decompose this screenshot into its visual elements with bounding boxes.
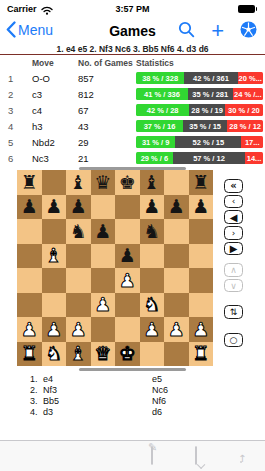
move-list-row: 2.Nf3Nc6 bbox=[30, 385, 265, 396]
draw-segment: 52 % / 15 bbox=[175, 136, 241, 149]
white-move[interactable]: e4 bbox=[43, 374, 152, 384]
black-pawn: ♟ bbox=[45, 197, 62, 216]
black-move[interactable]: d6 bbox=[152, 407, 162, 417]
square-g6[interactable] bbox=[164, 219, 189, 244]
black-knight: ♞ bbox=[70, 222, 87, 241]
white-queen: ♛ bbox=[94, 344, 111, 363]
stats-table-body: 1O-O85738 % / 32842 % / 36120 %...2c3812… bbox=[0, 70, 265, 166]
square-d1[interactable]: ♛ bbox=[91, 342, 116, 367]
square-h1[interactable]: ♜ bbox=[189, 342, 214, 367]
nav-bar: Menu Games + bbox=[0, 18, 265, 44]
header-games: No. of Games bbox=[78, 58, 136, 68]
square-d7[interactable] bbox=[91, 195, 116, 220]
square-d3[interactable]: ♟ bbox=[91, 293, 116, 318]
square-c5[interactable] bbox=[66, 244, 91, 269]
move-list-row: 3.Bb5Nf6 bbox=[30, 396, 265, 407]
square-d8[interactable]: ♛ bbox=[91, 170, 116, 195]
row-number: 1 bbox=[8, 73, 32, 84]
next-move-button[interactable]: ▶ bbox=[224, 242, 243, 256]
flip-board-button[interactable]: ⇅ bbox=[224, 305, 243, 319]
white-knight: ♞ bbox=[143, 295, 160, 314]
search-icon bbox=[178, 21, 195, 38]
white-pawn: ♟ bbox=[119, 271, 136, 290]
header-move: Move bbox=[32, 58, 78, 68]
move-list-row: 4.d3d6 bbox=[30, 406, 265, 417]
white-wins-segment: 38 % / 328 bbox=[136, 72, 184, 85]
square-d5[interactable] bbox=[91, 244, 116, 269]
table-row[interactable]: 1O-O85738 % / 32842 % / 36120 %... bbox=[0, 70, 265, 86]
move-number: 2. bbox=[30, 385, 43, 395]
white-wins-segment: 29 % / 6 bbox=[136, 152, 173, 165]
ball-icon bbox=[240, 21, 257, 38]
square-f8[interactable]: ♝ bbox=[140, 170, 165, 195]
white-wins-segment: 42 % / 28 bbox=[136, 104, 189, 117]
square-g4[interactable] bbox=[164, 268, 189, 293]
table-row[interactable]: 2c381241 % / 33635 % / 28124 % /... bbox=[0, 86, 265, 102]
move-list: 1.e4e52.Nf3Nc63.Bb5Nf64.d3d6 bbox=[30, 374, 265, 417]
square-c6[interactable]: ♞ bbox=[66, 219, 91, 244]
move-label: c4 bbox=[32, 105, 78, 116]
black-wins-segment: 28 % / 12 bbox=[227, 120, 263, 133]
square-c1[interactable]: ♝ bbox=[66, 342, 91, 367]
square-d2[interactable] bbox=[91, 317, 116, 342]
square-b7[interactable]: ♟ bbox=[42, 195, 67, 220]
square-f7[interactable]: ♟ bbox=[140, 195, 165, 220]
square-e2[interactable] bbox=[115, 317, 140, 342]
comment-button[interactable] bbox=[195, 447, 197, 465]
white-wins-segment: 41 % / 336 bbox=[136, 88, 188, 101]
square-d4[interactable] bbox=[91, 268, 116, 293]
square-f5[interactable] bbox=[140, 244, 165, 269]
chess-board[interactable]: ♜♝♛♚♝♜♟♟♟♟♟♟♞♟♞♝♟♟♟♞♟♟♟♟♟♟♜♞♝♛♚♜ bbox=[17, 170, 213, 366]
white-rook: ♜ bbox=[21, 344, 38, 363]
comment-icon bbox=[195, 446, 197, 465]
add-button[interactable]: + bbox=[211, 22, 224, 39]
black-pawn: ♟ bbox=[21, 197, 38, 216]
square-h4[interactable] bbox=[189, 268, 214, 293]
square-a6[interactable] bbox=[17, 219, 42, 244]
statistics-bar: 37 % / 1635 % / 1528 % / 12 bbox=[136, 120, 263, 133]
scroll-down-button[interactable]: ∨ bbox=[224, 279, 243, 293]
games-count: 21 bbox=[78, 153, 136, 164]
move-number: 1. bbox=[30, 374, 43, 384]
square-e6[interactable] bbox=[115, 219, 140, 244]
move-list-row: 1.e4e5 bbox=[30, 374, 265, 385]
statistics-bar: 38 % / 32842 % / 36120 %... bbox=[136, 72, 263, 85]
square-h7[interactable]: ♟ bbox=[189, 195, 214, 220]
white-wins-segment: 31 % / 9 bbox=[136, 136, 175, 149]
white-king: ♚ bbox=[119, 344, 136, 363]
square-g2[interactable]: ♟ bbox=[164, 317, 189, 342]
black-bishop: ♝ bbox=[70, 173, 87, 192]
white-pawn: ♟ bbox=[143, 320, 160, 339]
square-e3[interactable] bbox=[115, 293, 140, 318]
square-c3[interactable] bbox=[66, 293, 91, 318]
square-d6[interactable]: ♟ bbox=[91, 219, 116, 244]
square-b1[interactable]: ♞ bbox=[42, 342, 67, 367]
square-b2[interactable]: ♟ bbox=[42, 317, 67, 342]
square-e1[interactable]: ♚ bbox=[115, 342, 140, 367]
black-wins-segment: 17... bbox=[241, 136, 263, 149]
next-variation-button[interactable]: › bbox=[224, 226, 243, 240]
move-label: O-O bbox=[32, 73, 78, 84]
square-h8[interactable]: ♜ bbox=[189, 170, 214, 195]
square-h2[interactable]: ♟ bbox=[189, 317, 214, 342]
move-number: 4. bbox=[30, 407, 43, 417]
draw-segment: 35 % / 15 bbox=[183, 120, 227, 133]
square-c8[interactable]: ♝ bbox=[66, 170, 91, 195]
search-button[interactable] bbox=[178, 21, 195, 42]
games-count: 857 bbox=[78, 73, 136, 84]
board-controls: «‹◀›▶∧∨⇅○ bbox=[224, 179, 246, 347]
square-f2[interactable]: ♟ bbox=[140, 317, 165, 342]
square-a7[interactable]: ♟ bbox=[17, 195, 42, 220]
header-statistics: Statistics bbox=[136, 58, 263, 68]
opening-line: 1. e4 e5 2. Nf3 Nc6 3. Bb5 Nf6 4. d3 d6 bbox=[0, 44, 265, 54]
white-pawn: ♟ bbox=[94, 295, 111, 314]
white-pawn: ♟ bbox=[192, 320, 209, 339]
square-b4[interactable] bbox=[42, 268, 67, 293]
square-e4[interactable]: ♟ bbox=[115, 268, 140, 293]
black-pawn: ♟ bbox=[168, 197, 185, 216]
white-pawn: ♟ bbox=[21, 320, 38, 339]
white-pawn: ♟ bbox=[45, 320, 62, 339]
move-number: 3. bbox=[30, 396, 43, 406]
black-rook: ♜ bbox=[192, 173, 209, 192]
table-row[interactable]: 6Nc32129 % / 657 % / 1214... bbox=[0, 150, 265, 166]
move-label: Nbd2 bbox=[32, 137, 78, 148]
draw-segment: 35 % / 281 bbox=[188, 88, 232, 101]
square-a3[interactable] bbox=[17, 293, 42, 318]
square-c7[interactable]: ♟ bbox=[66, 195, 91, 220]
compose-icon: ✎ bbox=[151, 446, 153, 465]
black-bishop: ♝ bbox=[143, 173, 160, 192]
black-wins-segment: 20 %... bbox=[238, 72, 263, 85]
games-count: 29 bbox=[78, 137, 136, 148]
edit-button[interactable]: ✎ bbox=[151, 447, 153, 465]
square-a4[interactable] bbox=[17, 268, 42, 293]
row-number: 2 bbox=[8, 89, 32, 100]
square-g7[interactable]: ♟ bbox=[164, 195, 189, 220]
games-count: 812 bbox=[78, 89, 136, 100]
stats-table-header: Move No. of Games Statistics bbox=[0, 56, 265, 70]
white-move[interactable]: Nf3 bbox=[43, 385, 152, 395]
square-g5[interactable] bbox=[164, 244, 189, 269]
black-knight: ♞ bbox=[143, 222, 160, 241]
movelist-scroll-indicator[interactable] bbox=[79, 368, 186, 372]
previous-move-button[interactable]: ◀ bbox=[224, 210, 243, 224]
square-b6[interactable] bbox=[42, 219, 67, 244]
table-row[interactable]: 5Nbd22931 % / 952 % / 1517... bbox=[0, 134, 265, 150]
move-label: Nc3 bbox=[32, 153, 78, 164]
statistics-bar: 41 % / 33635 % / 28124 % /... bbox=[136, 88, 263, 101]
square-e5[interactable]: ♟ bbox=[115, 244, 140, 269]
database-button[interactable] bbox=[240, 21, 257, 42]
row-number: 5 bbox=[8, 137, 32, 148]
draw-segment: 57 % / 12 bbox=[173, 152, 245, 165]
games-count: 67 bbox=[78, 105, 136, 116]
draw-segment: 28 % / 19 bbox=[189, 104, 225, 117]
square-f1[interactable] bbox=[140, 342, 165, 367]
black-move[interactable]: Nc6 bbox=[152, 385, 168, 395]
row-number: 6 bbox=[8, 153, 32, 164]
square-e8[interactable]: ♚ bbox=[115, 170, 140, 195]
square-c2[interactable]: ♟ bbox=[66, 317, 91, 342]
white-move[interactable]: d3 bbox=[43, 407, 152, 417]
black-queen: ♛ bbox=[94, 173, 111, 192]
white-knight: ♞ bbox=[45, 344, 62, 363]
square-c4[interactable] bbox=[66, 268, 91, 293]
black-pawn: ♟ bbox=[192, 197, 209, 216]
table-row[interactable]: 3c46742 % / 2828 % / 1930 % / 20 bbox=[0, 102, 265, 118]
separator-line bbox=[0, 54, 265, 56]
statistics-bar: 29 % / 657 % / 1214... bbox=[136, 152, 263, 165]
stats-table: Move No. of Games Statistics 1O-O85738 %… bbox=[0, 56, 265, 166]
black-wins-segment: 30 % / 20 bbox=[225, 104, 263, 117]
square-f6[interactable]: ♞ bbox=[140, 219, 165, 244]
black-king: ♚ bbox=[119, 173, 136, 192]
black-wins-segment: 14... bbox=[245, 152, 263, 165]
move-label: c3 bbox=[32, 89, 78, 100]
square-h3[interactable] bbox=[189, 293, 214, 318]
row-number: 4 bbox=[8, 121, 32, 132]
black-pawn: ♟ bbox=[70, 197, 87, 216]
white-pawn: ♟ bbox=[168, 320, 185, 339]
status-bar: Carrier 3:57 PM bbox=[0, 0, 265, 18]
black-rook: ♜ bbox=[21, 173, 38, 192]
black-pawn: ♟ bbox=[119, 246, 136, 265]
white-move[interactable]: Bb5 bbox=[43, 396, 152, 406]
bottom-toolbar: ✎ ↑ bbox=[0, 440, 265, 471]
move-label: h3 bbox=[32, 121, 78, 132]
draw-segment: 42 % / 361 bbox=[184, 72, 237, 85]
square-f4[interactable] bbox=[140, 268, 165, 293]
square-h5[interactable] bbox=[189, 244, 214, 269]
scroll-up-button[interactable]: ∧ bbox=[224, 263, 243, 277]
black-move[interactable]: e5 bbox=[152, 374, 162, 384]
previous-variation-button[interactable]: ‹ bbox=[224, 195, 243, 209]
white-wins-segment: 37 % / 16 bbox=[136, 120, 183, 133]
square-g1[interactable] bbox=[164, 342, 189, 367]
black-pawn: ♟ bbox=[143, 197, 160, 216]
black-pawn: ♟ bbox=[94, 222, 111, 241]
white-rook: ♜ bbox=[192, 344, 209, 363]
square-b5[interactable]: ♝ bbox=[42, 244, 67, 269]
app-screen: Carrier 3:57 PM Menu Games + bbox=[0, 0, 265, 471]
square-b3[interactable] bbox=[42, 293, 67, 318]
white-bishop: ♝ bbox=[45, 246, 62, 265]
statistics-bar: 31 % / 952 % / 1517... bbox=[136, 136, 263, 149]
clock: 3:57 PM bbox=[0, 4, 265, 14]
square-a1[interactable]: ♜ bbox=[17, 342, 42, 367]
square-h6[interactable] bbox=[189, 219, 214, 244]
statistics-bar: 42 % / 2828 % / 1930 % / 20 bbox=[136, 104, 263, 117]
square-a8[interactable]: ♜ bbox=[17, 170, 42, 195]
battery-icon bbox=[238, 5, 255, 13]
black-wins-segment: 24 % /... bbox=[233, 88, 263, 101]
square-b8[interactable] bbox=[42, 170, 67, 195]
square-e7[interactable] bbox=[115, 195, 140, 220]
table-row[interactable]: 4h34337 % / 1635 % / 1528 % / 12 bbox=[0, 118, 265, 134]
square-a5[interactable] bbox=[17, 244, 42, 269]
square-f3[interactable]: ♞ bbox=[140, 293, 165, 318]
white-bishop: ♝ bbox=[70, 344, 87, 363]
square-a2[interactable]: ♟ bbox=[17, 317, 42, 342]
nav-actions: + bbox=[178, 21, 257, 42]
white-pawn: ♟ bbox=[70, 320, 87, 339]
square-g3[interactable] bbox=[164, 293, 189, 318]
square-g8[interactable] bbox=[164, 170, 189, 195]
games-count: 43 bbox=[78, 121, 136, 132]
annotation-button[interactable]: ○ bbox=[224, 333, 243, 347]
black-move[interactable]: Nf6 bbox=[152, 396, 166, 406]
row-number: 3 bbox=[8, 105, 32, 116]
first-move-button[interactable]: « bbox=[224, 179, 243, 193]
